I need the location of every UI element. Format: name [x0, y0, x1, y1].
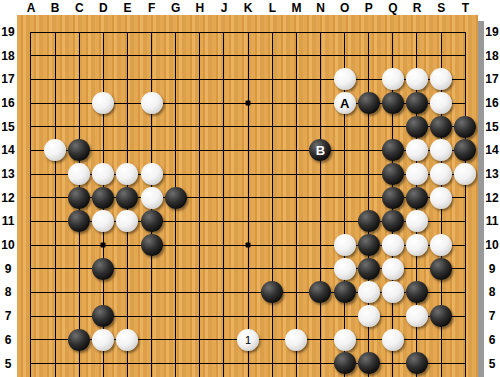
board-cell-F13[interactable]	[140, 162, 164, 186]
white-stone[interactable]	[141, 187, 163, 209]
white-stone[interactable]	[382, 234, 404, 256]
board-cell-H6[interactable]	[188, 328, 212, 352]
board-cell-S13[interactable]	[429, 162, 453, 186]
board-cell-K9[interactable]	[236, 257, 260, 281]
white-stone[interactable]	[92, 92, 114, 114]
board-cell-A10[interactable]	[19, 233, 43, 257]
board-cell-G9[interactable]	[164, 257, 188, 281]
board-cell-N18[interactable]	[308, 44, 332, 68]
board-cell-S12[interactable]	[429, 186, 453, 210]
board-cell-G14[interactable]	[164, 139, 188, 163]
board-cell-F18[interactable]	[140, 44, 164, 68]
board-cell-J8[interactable]	[212, 281, 236, 305]
board-cell-N11[interactable]	[308, 210, 332, 234]
board-cell-O19[interactable]	[333, 20, 357, 44]
white-stone[interactable]	[406, 139, 428, 161]
board-cell-Q19[interactable]	[381, 20, 405, 44]
white-stone[interactable]	[334, 258, 356, 280]
board-cell-D13[interactable]	[91, 162, 115, 186]
white-stone[interactable]	[116, 163, 138, 185]
white-stone[interactable]	[382, 281, 404, 303]
board-cell-M5[interactable]	[284, 352, 308, 376]
white-stone[interactable]	[406, 163, 428, 185]
black-stone[interactable]	[382, 92, 404, 114]
board-cell-C16[interactable]	[67, 91, 91, 115]
board-cell-O16[interactable]: A	[333, 91, 357, 115]
board-cell-C7[interactable]	[67, 304, 91, 328]
board-cell-H17[interactable]	[188, 68, 212, 92]
board-cell-D8[interactable]	[91, 281, 115, 305]
white-stone[interactable]	[44, 139, 66, 161]
board-cell-K10[interactable]	[236, 233, 260, 257]
board-cell-D16[interactable]	[91, 91, 115, 115]
black-stone[interactable]	[430, 305, 452, 327]
board-cell-E10[interactable]	[115, 233, 139, 257]
white-stone[interactable]	[430, 187, 452, 209]
board-cell-L16[interactable]	[260, 91, 284, 115]
board-cell-H5[interactable]	[188, 352, 212, 376]
board-cell-Q17[interactable]	[381, 68, 405, 92]
board-cell-H10[interactable]	[188, 233, 212, 257]
board-cell-M12[interactable]	[284, 186, 308, 210]
black-stone[interactable]	[92, 305, 114, 327]
board-cell-P11[interactable]	[357, 210, 381, 234]
board-cell-F8[interactable]	[140, 281, 164, 305]
board-cell-M16[interactable]	[284, 91, 308, 115]
board-cell-N16[interactable]	[308, 91, 332, 115]
board-cell-K5[interactable]	[236, 352, 260, 376]
board-cell-R13[interactable]	[405, 162, 429, 186]
board-cell-T17[interactable]	[453, 68, 477, 92]
board-cell-L17[interactable]	[260, 68, 284, 92]
board-cell-R6[interactable]	[405, 328, 429, 352]
board-cell-R14[interactable]	[405, 139, 429, 163]
board-cell-L15[interactable]	[260, 115, 284, 139]
board-cell-M10[interactable]	[284, 233, 308, 257]
white-stone[interactable]	[406, 68, 428, 90]
board-cell-F9[interactable]	[140, 257, 164, 281]
board-cell-K6[interactable]: 1	[236, 328, 260, 352]
board-cell-M13[interactable]	[284, 162, 308, 186]
board-cell-R15[interactable]	[405, 115, 429, 139]
board-cell-N14[interactable]: B	[308, 139, 332, 163]
board-cell-D14[interactable]	[91, 139, 115, 163]
board-cell-J18[interactable]	[212, 44, 236, 68]
board-cell-F6[interactable]	[140, 328, 164, 352]
board-cell-Q6[interactable]	[381, 328, 405, 352]
board-cell-F19[interactable]	[140, 20, 164, 44]
white-stone[interactable]	[358, 281, 380, 303]
board-cell-R5[interactable]	[405, 352, 429, 376]
board-cell-O11[interactable]	[333, 210, 357, 234]
board-cell-G11[interactable]	[164, 210, 188, 234]
board-cell-P10[interactable]	[357, 233, 381, 257]
white-stone[interactable]	[454, 163, 476, 185]
board-cell-E9[interactable]	[115, 257, 139, 281]
board-cell-D10[interactable]	[91, 233, 115, 257]
board-cell-J12[interactable]	[212, 186, 236, 210]
board-cell-D18[interactable]	[91, 44, 115, 68]
board-cell-P13[interactable]	[357, 162, 381, 186]
board-cell-G8[interactable]	[164, 281, 188, 305]
board-cell-N8[interactable]	[308, 281, 332, 305]
board-cell-K14[interactable]	[236, 139, 260, 163]
white-stone[interactable]	[406, 210, 428, 232]
black-stone[interactable]	[68, 187, 90, 209]
board-cell-S18[interactable]	[429, 44, 453, 68]
board-cell-Q9[interactable]	[381, 257, 405, 281]
board-cell-K7[interactable]	[236, 304, 260, 328]
board-cell-S19[interactable]	[429, 20, 453, 44]
board-cell-A7[interactable]	[19, 304, 43, 328]
board-cell-L14[interactable]	[260, 139, 284, 163]
board-cell-B12[interactable]	[43, 186, 67, 210]
black-stone[interactable]	[430, 116, 452, 138]
board-cell-C15[interactable]	[67, 115, 91, 139]
white-stone[interactable]	[334, 329, 356, 351]
board-cell-K15[interactable]	[236, 115, 260, 139]
black-stone[interactable]	[406, 116, 428, 138]
board-cell-E6[interactable]	[115, 328, 139, 352]
board-cell-O5[interactable]	[333, 352, 357, 376]
board-cell-O10[interactable]	[333, 233, 357, 257]
board-cell-P12[interactable]	[357, 186, 381, 210]
board-cell-G10[interactable]	[164, 233, 188, 257]
board-cell-B6[interactable]	[43, 328, 67, 352]
board-cell-S8[interactable]	[429, 281, 453, 305]
white-stone[interactable]: 1	[237, 329, 259, 351]
white-stone[interactable]	[382, 258, 404, 280]
board-cell-O18[interactable]	[333, 44, 357, 68]
board-cell-F11[interactable]	[140, 210, 164, 234]
board-cell-A11[interactable]	[19, 210, 43, 234]
board-cell-F5[interactable]	[140, 352, 164, 376]
board-cell-R16[interactable]	[405, 91, 429, 115]
board-cell-T18[interactable]	[453, 44, 477, 68]
board-cell-J11[interactable]	[212, 210, 236, 234]
board-cell-O7[interactable]	[333, 304, 357, 328]
board-cell-L19[interactable]	[260, 20, 284, 44]
board-cell-H11[interactable]	[188, 210, 212, 234]
board-cell-C12[interactable]	[67, 186, 91, 210]
white-stone[interactable]	[382, 329, 404, 351]
board-cell-G5[interactable]	[164, 352, 188, 376]
board-cell-R11[interactable]	[405, 210, 429, 234]
board-cell-D6[interactable]	[91, 328, 115, 352]
board-cell-J14[interactable]	[212, 139, 236, 163]
board-cell-N7[interactable]	[308, 304, 332, 328]
board-cell-L10[interactable]	[260, 233, 284, 257]
black-stone[interactable]	[358, 234, 380, 256]
board-cell-E7[interactable]	[115, 304, 139, 328]
black-stone[interactable]	[454, 139, 476, 161]
board-cell-Q10[interactable]	[381, 233, 405, 257]
board-cell-J15[interactable]	[212, 115, 236, 139]
board-cell-E18[interactable]	[115, 44, 139, 68]
white-stone[interactable]	[116, 210, 138, 232]
board-cell-J17[interactable]	[212, 68, 236, 92]
board-cell-B19[interactable]	[43, 20, 67, 44]
board-cell-P14[interactable]	[357, 139, 381, 163]
board-cell-A6[interactable]	[19, 328, 43, 352]
board-cell-P16[interactable]	[357, 91, 381, 115]
board-cell-F16[interactable]	[140, 91, 164, 115]
board-cell-D5[interactable]	[91, 352, 115, 376]
board-cell-K19[interactable]	[236, 20, 260, 44]
board-cell-T15[interactable]	[453, 115, 477, 139]
board-cell-B5[interactable]	[43, 352, 67, 376]
board-cell-F17[interactable]	[140, 68, 164, 92]
black-stone[interactable]	[358, 92, 380, 114]
board-cell-Q5[interactable]	[381, 352, 405, 376]
board-cell-G15[interactable]	[164, 115, 188, 139]
board-cell-L11[interactable]	[260, 210, 284, 234]
board-cell-F15[interactable]	[140, 115, 164, 139]
black-stone[interactable]	[406, 281, 428, 303]
board-cell-P9[interactable]	[357, 257, 381, 281]
board-cell-T10[interactable]	[453, 233, 477, 257]
black-stone[interactable]	[430, 258, 452, 280]
board-cell-N9[interactable]	[308, 257, 332, 281]
board-cell-Q15[interactable]	[381, 115, 405, 139]
board-cell-M17[interactable]	[284, 68, 308, 92]
board-cell-Q8[interactable]	[381, 281, 405, 305]
board-cell-B17[interactable]	[43, 68, 67, 92]
black-stone[interactable]	[382, 187, 404, 209]
board-cell-T19[interactable]	[453, 20, 477, 44]
board-cell-O9[interactable]	[333, 257, 357, 281]
board-cell-S16[interactable]	[429, 91, 453, 115]
board-cell-O8[interactable]	[333, 281, 357, 305]
board-cell-E11[interactable]	[115, 210, 139, 234]
board-cell-A19[interactable]	[19, 20, 43, 44]
board-cell-D11[interactable]	[91, 210, 115, 234]
board-cell-P18[interactable]	[357, 44, 381, 68]
board-cell-P17[interactable]	[357, 68, 381, 92]
board-cell-M6[interactable]	[284, 328, 308, 352]
board-cell-M7[interactable]	[284, 304, 308, 328]
board-cell-E13[interactable]	[115, 162, 139, 186]
board-cell-G7[interactable]	[164, 304, 188, 328]
black-stone[interactable]	[406, 92, 428, 114]
board-cell-C10[interactable]	[67, 233, 91, 257]
board-cell-S6[interactable]	[429, 328, 453, 352]
black-stone[interactable]	[406, 187, 428, 209]
board-cell-A16[interactable]	[19, 91, 43, 115]
board-cell-H19[interactable]	[188, 20, 212, 44]
board-cell-B8[interactable]	[43, 281, 67, 305]
board-cell-J9[interactable]	[212, 257, 236, 281]
board-cell-G16[interactable]	[164, 91, 188, 115]
board-cell-B18[interactable]	[43, 44, 67, 68]
black-stone[interactable]	[309, 281, 331, 303]
board-cell-F10[interactable]	[140, 233, 164, 257]
black-stone[interactable]	[68, 210, 90, 232]
board-cell-B15[interactable]	[43, 115, 67, 139]
black-stone[interactable]	[165, 187, 187, 209]
board-cell-S7[interactable]	[429, 304, 453, 328]
board-cell-P7[interactable]	[357, 304, 381, 328]
board-cell-E17[interactable]	[115, 68, 139, 92]
board-cell-E19[interactable]	[115, 20, 139, 44]
board-cell-N15[interactable]	[308, 115, 332, 139]
board-cell-H15[interactable]	[188, 115, 212, 139]
board-cell-J6[interactable]	[212, 328, 236, 352]
board-cell-E14[interactable]	[115, 139, 139, 163]
black-stone[interactable]	[261, 281, 283, 303]
white-stone[interactable]	[358, 305, 380, 327]
white-stone[interactable]	[285, 329, 307, 351]
black-stone[interactable]	[454, 116, 476, 138]
board-cell-K12[interactable]	[236, 186, 260, 210]
board-cell-A8[interactable]	[19, 281, 43, 305]
board-cell-K8[interactable]	[236, 281, 260, 305]
black-stone[interactable]	[406, 352, 428, 374]
board-cell-Q7[interactable]	[381, 304, 405, 328]
board-cell-H8[interactable]	[188, 281, 212, 305]
black-stone[interactable]	[68, 139, 90, 161]
board-cell-C11[interactable]	[67, 210, 91, 234]
board-cell-N12[interactable]	[308, 186, 332, 210]
board-cell-E8[interactable]	[115, 281, 139, 305]
board-cell-K17[interactable]	[236, 68, 260, 92]
black-stone[interactable]	[141, 234, 163, 256]
white-stone[interactable]	[406, 305, 428, 327]
white-stone[interactable]	[92, 210, 114, 232]
board-cell-D17[interactable]	[91, 68, 115, 92]
board-cell-C13[interactable]	[67, 162, 91, 186]
board-cell-Q18[interactable]	[381, 44, 405, 68]
board-cell-L13[interactable]	[260, 162, 284, 186]
board-cell-J5[interactable]	[212, 352, 236, 376]
board-cell-T5[interactable]	[453, 352, 477, 376]
board-cell-S5[interactable]	[429, 352, 453, 376]
board-cell-T13[interactable]	[453, 162, 477, 186]
board-cell-R17[interactable]	[405, 68, 429, 92]
board-cell-T8[interactable]	[453, 281, 477, 305]
board-cell-R19[interactable]	[405, 20, 429, 44]
board-cell-G13[interactable]	[164, 162, 188, 186]
white-stone[interactable]	[92, 329, 114, 351]
board-cell-O6[interactable]	[333, 328, 357, 352]
board-cell-R10[interactable]	[405, 233, 429, 257]
board-cell-P8[interactable]	[357, 281, 381, 305]
black-stone[interactable]	[382, 210, 404, 232]
white-stone[interactable]	[430, 68, 452, 90]
board-cell-N6[interactable]	[308, 328, 332, 352]
board-cell-J19[interactable]	[212, 20, 236, 44]
board-cell-M14[interactable]	[284, 139, 308, 163]
board-cell-B10[interactable]	[43, 233, 67, 257]
board-cell-C19[interactable]	[67, 20, 91, 44]
black-stone[interactable]	[141, 210, 163, 232]
board-cell-G19[interactable]	[164, 20, 188, 44]
board-cell-N17[interactable]	[308, 68, 332, 92]
board-cell-N5[interactable]	[308, 352, 332, 376]
white-stone[interactable]	[334, 68, 356, 90]
board-cell-R9[interactable]	[405, 257, 429, 281]
board-cell-B13[interactable]	[43, 162, 67, 186]
board-cell-B11[interactable]	[43, 210, 67, 234]
white-stone[interactable]	[382, 68, 404, 90]
board-cell-L8[interactable]	[260, 281, 284, 305]
board-cell-A9[interactable]	[19, 257, 43, 281]
board-cell-M18[interactable]	[284, 44, 308, 68]
white-stone[interactable]	[406, 234, 428, 256]
board-cell-B9[interactable]	[43, 257, 67, 281]
board-cell-L18[interactable]	[260, 44, 284, 68]
board-cell-B14[interactable]	[43, 139, 67, 163]
board-cell-T16[interactable]	[453, 91, 477, 115]
white-stone[interactable]	[141, 92, 163, 114]
black-stone[interactable]	[358, 352, 380, 374]
board-cell-T9[interactable]	[453, 257, 477, 281]
board-cell-O13[interactable]	[333, 162, 357, 186]
board-cell-L12[interactable]	[260, 186, 284, 210]
board-cell-K16[interactable]	[236, 91, 260, 115]
board-cell-J10[interactable]	[212, 233, 236, 257]
board-cell-H13[interactable]	[188, 162, 212, 186]
board-cell-C5[interactable]	[67, 352, 91, 376]
board-cell-H18[interactable]	[188, 44, 212, 68]
board-cell-T7[interactable]	[453, 304, 477, 328]
board-cell-S14[interactable]	[429, 139, 453, 163]
black-stone[interactable]	[334, 281, 356, 303]
white-stone[interactable]	[334, 234, 356, 256]
board-cell-D9[interactable]	[91, 257, 115, 281]
board-cell-H16[interactable]	[188, 91, 212, 115]
board-cell-L7[interactable]	[260, 304, 284, 328]
black-stone[interactable]: B	[309, 139, 331, 161]
board-cell-C17[interactable]	[67, 68, 91, 92]
board-cell-C14[interactable]	[67, 139, 91, 163]
board-cell-T6[interactable]	[453, 328, 477, 352]
board-cell-M11[interactable]	[284, 210, 308, 234]
board-cell-D15[interactable]	[91, 115, 115, 139]
board-cell-H9[interactable]	[188, 257, 212, 281]
black-stone[interactable]	[92, 187, 114, 209]
board-cell-A12[interactable]	[19, 186, 43, 210]
board-cell-A18[interactable]	[19, 44, 43, 68]
board-cell-A5[interactable]	[19, 352, 43, 376]
board-cell-E15[interactable]	[115, 115, 139, 139]
board-cell-M8[interactable]	[284, 281, 308, 305]
black-stone[interactable]	[68, 329, 90, 351]
board-cell-D7[interactable]	[91, 304, 115, 328]
board-cell-R8[interactable]	[405, 281, 429, 305]
board-cell-Q12[interactable]	[381, 186, 405, 210]
board-cell-C9[interactable]	[67, 257, 91, 281]
board-cell-O15[interactable]	[333, 115, 357, 139]
board-cell-A15[interactable]	[19, 115, 43, 139]
board-cell-M9[interactable]	[284, 257, 308, 281]
board-cell-T11[interactable]	[453, 210, 477, 234]
white-stone[interactable]	[430, 139, 452, 161]
black-stone[interactable]	[92, 258, 114, 280]
board-cell-C18[interactable]	[67, 44, 91, 68]
board-cell-D19[interactable]	[91, 20, 115, 44]
board-cell-C8[interactable]	[67, 281, 91, 305]
board-cell-E12[interactable]	[115, 186, 139, 210]
black-stone[interactable]	[382, 163, 404, 185]
board-cell-B16[interactable]	[43, 91, 67, 115]
board-cell-S15[interactable]	[429, 115, 453, 139]
black-stone[interactable]	[382, 139, 404, 161]
board-cell-R18[interactable]	[405, 44, 429, 68]
board-cell-F12[interactable]	[140, 186, 164, 210]
board-cell-J16[interactable]	[212, 91, 236, 115]
white-stone[interactable]: A	[334, 92, 356, 114]
